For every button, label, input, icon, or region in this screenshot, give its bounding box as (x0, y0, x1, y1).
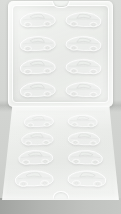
mold-cavity (20, 112, 57, 130)
mold-cavity (14, 147, 57, 168)
car-cavity-icon (12, 167, 56, 189)
mold-cavity (64, 147, 107, 168)
car-cavity-icon (17, 79, 58, 99)
mold-cavity (16, 32, 59, 53)
car-cavity-icon (63, 56, 104, 76)
lower-cavity-grid (1, 112, 120, 190)
car-cavity-icon (65, 147, 106, 167)
car-cavity-icon (65, 167, 109, 189)
cavity-row (17, 128, 104, 146)
car-cavity-icon (21, 112, 57, 129)
car-cavity-icon (63, 33, 104, 53)
car-cavity-icon (17, 33, 58, 53)
mold-cavity (64, 128, 104, 147)
car-cavity-icon (63, 79, 104, 99)
car-cavity-icon (63, 9, 104, 29)
mold-cavity (16, 56, 59, 77)
mold-cavity (62, 56, 105, 77)
lower-tray-notch (52, 191, 69, 199)
mold-cavity (62, 9, 105, 30)
car-cavity-icon (15, 147, 56, 167)
mold-cavity (17, 128, 57, 147)
product-photo-stage (0, 0, 121, 214)
mold-cavity (62, 32, 105, 53)
car-cavity-icon (18, 129, 56, 147)
car-cavity-icon (65, 129, 103, 147)
cavity-row (11, 167, 110, 190)
mold-cavity (16, 79, 59, 100)
mold-cavity (16, 9, 59, 30)
mold-cavity (62, 79, 105, 100)
mold-cavity (64, 167, 110, 190)
mold-cavity (11, 167, 57, 190)
car-cavity-icon (17, 56, 58, 76)
mold-cavity (64, 112, 101, 130)
upper-cavity-grid (16, 9, 105, 100)
car-cavity-icon (65, 112, 101, 129)
table-surface (0, 198, 121, 214)
lower-mold-tray (1, 106, 120, 200)
car-cavity-icon (17, 9, 58, 29)
cavity-row (14, 147, 107, 167)
cavity-row (20, 112, 101, 128)
upper-mold-tray (8, 1, 113, 107)
